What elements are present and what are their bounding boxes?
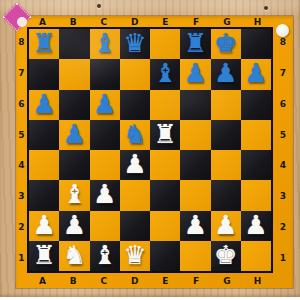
screw-icon [264,6,268,10]
square-h3[interactable] [241,180,271,210]
square-c8[interactable]: ♝ [90,29,120,59]
file-label-g: G [212,273,243,288]
magnet-disc [276,24,289,37]
square-c3[interactable]: ♟ [90,180,120,210]
rank-label-6: 6 [273,89,293,120]
piece-white-pawn: ♟ [244,212,267,238]
file-label-a: A [27,273,58,288]
piece-black-blue-pawn: ♟ [32,91,55,117]
rank-label-2: 2 [273,212,293,243]
square-e5[interactable]: ♜ [150,120,180,150]
square-f3[interactable] [180,180,210,210]
piece-white-bishop: ♝ [93,242,116,268]
square-b3[interactable]: ♝ [59,180,89,210]
square-f5[interactable] [180,120,210,150]
piece-black-blue-bishop: ♝ [93,30,116,56]
square-g7[interactable]: ♟ [211,59,241,89]
square-d3[interactable] [120,180,150,210]
square-f6[interactable] [180,90,210,120]
piece-white-rook: ♜ [32,242,55,268]
rank-label-6: 6 [16,89,27,120]
square-c5[interactable] [90,120,120,150]
piece-black-blue-rook: ♜ [184,30,207,56]
piece-black-blue-queen: ♛ [123,30,146,56]
rank-label-7: 7 [16,58,27,89]
square-d7[interactable] [120,59,150,89]
square-e2[interactable] [150,211,180,241]
square-c6[interactable]: ♟ [90,90,120,120]
piece-black-blue-rook: ♜ [32,30,55,56]
piece-white-queen: ♛ [123,242,146,268]
square-a3[interactable] [29,180,59,210]
square-b4[interactable] [59,150,89,180]
square-b2[interactable]: ♟ [59,211,89,241]
square-h1[interactable] [241,241,271,271]
square-d8[interactable]: ♛ [120,29,150,59]
rank-label-8: 8 [16,27,27,58]
piece-white-bishop: ♝ [63,181,86,207]
file-labels-bottom: ABCDEFGH [27,273,273,288]
square-d6[interactable] [120,90,150,120]
piece-black-blue-pawn: ♟ [63,121,86,147]
rank-label-3: 3 [273,181,293,212]
piece-white-pawn: ♟ [93,181,116,207]
square-g6[interactable] [211,90,241,120]
square-g1[interactable]: ♚ [211,241,241,271]
square-a2[interactable]: ♟ [29,211,59,241]
square-c1[interactable]: ♝ [90,241,120,271]
file-label-f: F [181,16,212,27]
piece-white-pawn: ♟ [214,212,237,238]
square-h2[interactable]: ♟ [241,211,271,241]
piece-black-blue-pawn: ♟ [244,60,267,86]
playing-area: ♜♝♛♜♚♝♟♟♟♟♟♟♞♜♟♝♟♟♟♟♟♟♜♞♝♛♚ [27,27,273,273]
square-e3[interactable] [150,180,180,210]
file-label-a: A [27,16,58,27]
square-f7[interactable]: ♟ [180,59,210,89]
square-e4[interactable] [150,150,180,180]
demonstration-chessboard-photo: ABCDEFGH ABCDEFGH 87654321 87654321 ♜♝♛♜… [0,0,300,300]
square-f4[interactable] [180,150,210,180]
piece-black-blue-king: ♚ [214,30,237,56]
rank-label-7: 7 [273,58,293,89]
screw-icon [97,4,101,8]
square-b5[interactable]: ♟ [59,120,89,150]
square-b6[interactable] [59,90,89,120]
square-g4[interactable] [211,150,241,180]
file-label-c: C [89,273,120,288]
square-b1[interactable]: ♞ [59,241,89,271]
square-e8[interactable] [150,29,180,59]
square-f1[interactable] [180,241,210,271]
rank-label-2: 2 [16,212,27,243]
square-c4[interactable] [90,150,120,180]
rank-label-4: 4 [16,150,27,181]
rank-label-1: 1 [273,242,293,273]
file-label-b: B [58,273,89,288]
file-labels-top: ABCDEFGH [27,16,273,27]
square-d1[interactable]: ♛ [120,241,150,271]
chess-board: ABCDEFGH ABCDEFGH 87654321 87654321 ♜♝♛♜… [16,16,293,288]
file-label-h: H [242,16,273,27]
square-a5[interactable] [29,120,59,150]
piece-white-king: ♚ [214,242,237,268]
square-g3[interactable] [211,180,241,210]
rank-label-5: 5 [16,119,27,150]
square-f8[interactable]: ♜ [180,29,210,59]
rank-label-4: 4 [273,150,293,181]
piece-white-pawn: ♟ [184,212,207,238]
square-h5[interactable] [241,120,271,150]
square-a4[interactable] [29,150,59,180]
piece-white-pawn: ♟ [123,151,146,177]
piece-white-knight: ♞ [63,242,86,268]
file-label-d: D [119,273,150,288]
square-e7[interactable]: ♝ [150,59,180,89]
square-b7[interactable] [59,59,89,89]
square-c7[interactable] [90,59,120,89]
square-d5[interactable]: ♞ [120,120,150,150]
rank-label-1: 1 [16,242,27,273]
square-g8[interactable]: ♚ [211,29,241,59]
rank-label-5: 5 [273,119,293,150]
square-e6[interactable] [150,90,180,120]
file-label-c: C [89,16,120,27]
square-a1[interactable]: ♜ [29,241,59,271]
file-label-b: B [58,16,89,27]
piece-white-pawn: ♟ [32,212,55,238]
square-h7[interactable]: ♟ [241,59,271,89]
square-e1[interactable] [150,241,180,271]
square-h4[interactable] [241,150,271,180]
square-a8[interactable]: ♜ [29,29,59,59]
rank-label-3: 3 [16,181,27,212]
square-b8[interactable] [59,29,89,59]
square-f2[interactable]: ♟ [180,211,210,241]
square-a7[interactable] [29,59,59,89]
file-label-e: E [150,16,181,27]
square-d2[interactable] [120,211,150,241]
piece-white-rook: ♜ [153,121,176,147]
square-g5[interactable] [211,120,241,150]
file-label-g: G [212,16,243,27]
rank-labels-right: 87654321 [273,27,293,273]
square-h6[interactable] [241,90,271,120]
piece-black-blue-pawn: ♟ [214,60,237,86]
square-c2[interactable] [90,211,120,241]
piece-black-blue-bishop: ♝ [153,60,176,86]
piece-black-blue-pawn: ♟ [93,91,116,117]
square-g2[interactable]: ♟ [211,211,241,241]
piece-white-pawn: ♟ [63,212,86,238]
file-label-e: E [150,273,181,288]
square-h8[interactable] [241,29,271,59]
rank-labels-left: 87654321 [16,27,27,273]
square-a6[interactable]: ♟ [29,90,59,120]
file-label-d: D [119,16,150,27]
file-label-f: F [181,273,212,288]
piece-black-blue-pawn: ♟ [184,60,207,86]
file-label-h: H [242,273,273,288]
square-d4[interactable]: ♟ [120,150,150,180]
piece-black-blue-knight: ♞ [123,121,146,147]
